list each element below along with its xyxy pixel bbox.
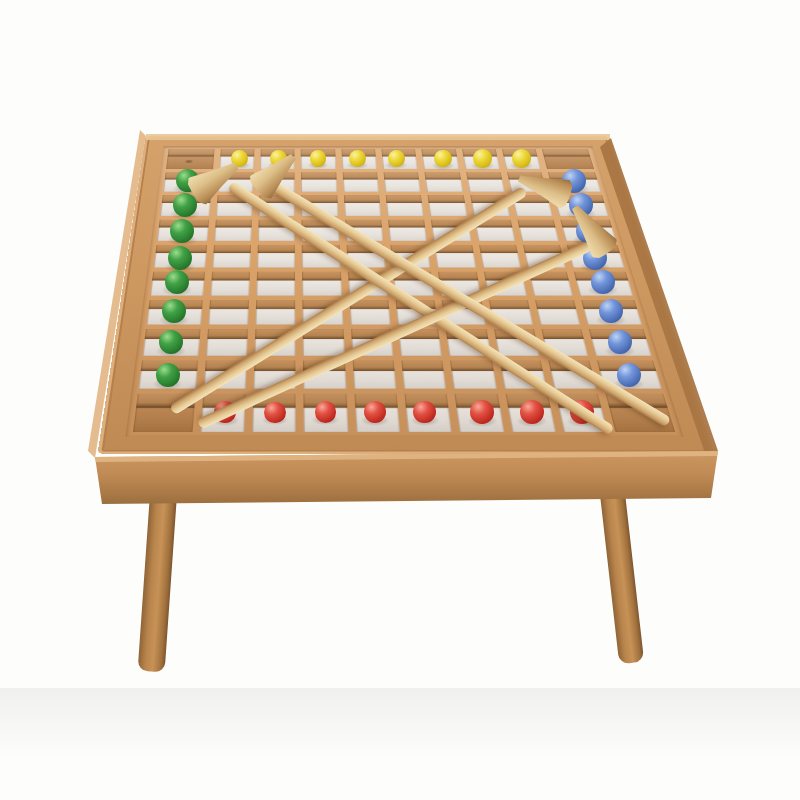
- wood-knot-detail: [184, 159, 192, 162]
- ball-yellow: [349, 150, 366, 167]
- board-cell: [343, 195, 380, 216]
- board-cell: [352, 360, 396, 388]
- board-cell: [450, 360, 496, 388]
- board-cell: [302, 329, 344, 355]
- board-cell: [255, 299, 295, 324]
- ball-red: [520, 400, 544, 424]
- board-cell: [388, 219, 427, 241]
- ball-green: [173, 193, 197, 217]
- ball-green: [168, 246, 192, 270]
- board-cell: [166, 149, 214, 169]
- board-cell: [427, 195, 466, 216]
- ball-blue: [591, 270, 615, 294]
- ball-green: [165, 270, 189, 294]
- board-cell: [210, 271, 250, 295]
- ball-red: [264, 402, 285, 423]
- board-cell: [207, 299, 248, 324]
- board-cell: [256, 271, 295, 295]
- board-cell: [465, 172, 504, 192]
- board-cell: [385, 195, 423, 216]
- board-cell: [542, 149, 594, 169]
- board-cell: [257, 244, 295, 267]
- board-cell: [342, 172, 379, 192]
- board-cell: [302, 271, 341, 295]
- board-cell: [401, 360, 446, 388]
- board-cell: [517, 219, 559, 241]
- ball-yellow: [473, 149, 491, 167]
- ball-red: [315, 401, 336, 422]
- ball-yellow: [310, 150, 327, 167]
- floor-shadow-band: [0, 688, 800, 758]
- ball-red: [364, 401, 386, 423]
- board-cell: [205, 329, 247, 355]
- ball-red: [470, 400, 494, 424]
- ball-green: [162, 299, 186, 323]
- board-cell: [301, 172, 337, 192]
- ball-yellow: [512, 149, 531, 168]
- board-cell: [213, 219, 251, 241]
- board-cell: [424, 172, 462, 192]
- board-cell: [534, 299, 580, 324]
- board-cell: [383, 172, 420, 192]
- board-cell: [478, 244, 520, 267]
- board-cell: [212, 244, 251, 267]
- product-photo-stage: [0, 0, 800, 800]
- ball-green: [156, 363, 180, 387]
